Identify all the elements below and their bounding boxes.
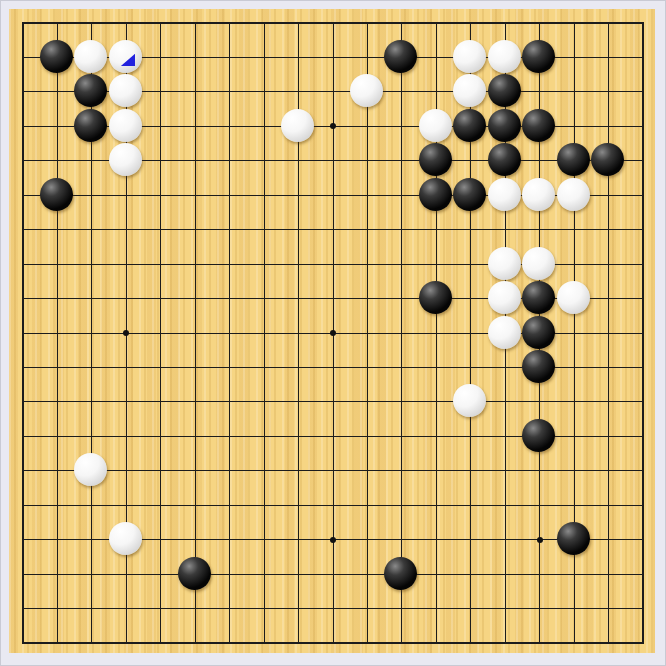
go-app-window [0, 0, 666, 666]
board-wood [9, 9, 655, 653]
